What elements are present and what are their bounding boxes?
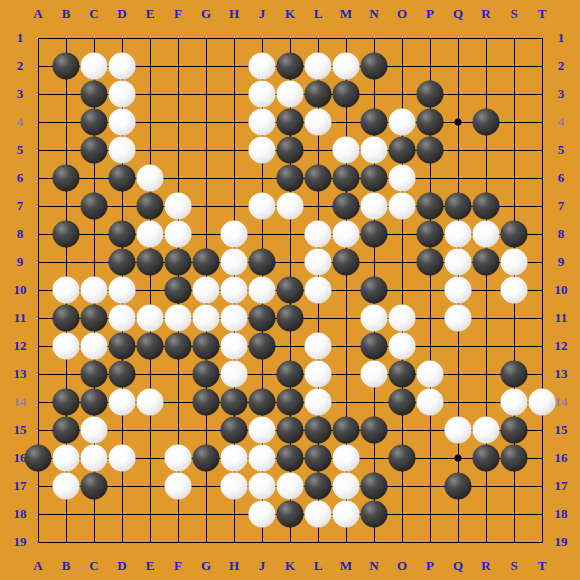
- row-label: 8: [17, 226, 24, 242]
- row-label: 7: [558, 198, 565, 214]
- stone-white: [109, 137, 136, 164]
- stone-white: [445, 277, 472, 304]
- row-label: 3: [558, 86, 565, 102]
- stone-black: [81, 109, 108, 136]
- stone-white: [445, 305, 472, 332]
- stone-white: [333, 501, 360, 528]
- stone-black: [193, 445, 220, 472]
- stone-white: [221, 445, 248, 472]
- stone-black: [109, 165, 136, 192]
- stone-white: [249, 109, 276, 136]
- row-label: 15: [555, 422, 568, 438]
- stone-black: [109, 249, 136, 276]
- stone-white: [81, 333, 108, 360]
- col-label: F: [174, 6, 182, 22]
- go-board[interactable]: AABBCCDDEEFFGGHHJJKKLLMMNNOOPPQQRRSSTT11…: [0, 0, 580, 580]
- stone-black: [277, 109, 304, 136]
- col-label: O: [397, 558, 407, 574]
- col-label: M: [340, 6, 352, 22]
- stone-white: [249, 193, 276, 220]
- stone-white: [109, 53, 136, 80]
- stone-black: [473, 193, 500, 220]
- stone-black: [53, 305, 80, 332]
- row-label: 17: [14, 478, 27, 494]
- row-label: 13: [555, 366, 568, 382]
- stone-black: [305, 417, 332, 444]
- row-label: 8: [558, 226, 565, 242]
- stone-black: [109, 361, 136, 388]
- stone-white: [81, 53, 108, 80]
- stone-white: [333, 137, 360, 164]
- stone-black: [193, 333, 220, 360]
- stone-black: [361, 221, 388, 248]
- row-label: 1: [558, 30, 565, 46]
- stone-white: [249, 137, 276, 164]
- stone-black: [333, 249, 360, 276]
- col-label: L: [314, 6, 323, 22]
- stone-white: [109, 305, 136, 332]
- stone-black: [389, 361, 416, 388]
- stone-black: [361, 277, 388, 304]
- stone-black: [417, 193, 444, 220]
- stone-black: [445, 193, 472, 220]
- stone-white: [53, 473, 80, 500]
- stone-white: [473, 221, 500, 248]
- stone-white: [221, 277, 248, 304]
- stone-white: [249, 501, 276, 528]
- row-label: 5: [558, 142, 565, 158]
- stone-black: [277, 165, 304, 192]
- stone-black: [25, 445, 52, 472]
- col-label: J: [259, 6, 266, 22]
- stone-black: [361, 417, 388, 444]
- grid-line-horizontal: [38, 542, 543, 543]
- stone-white: [333, 445, 360, 472]
- stone-black: [109, 221, 136, 248]
- col-label: N: [369, 6, 378, 22]
- row-label: 4: [17, 114, 24, 130]
- stone-white: [305, 277, 332, 304]
- stone-black: [165, 249, 192, 276]
- stone-white: [445, 221, 472, 248]
- stone-black: [53, 417, 80, 444]
- stone-black: [417, 81, 444, 108]
- col-label: P: [426, 558, 434, 574]
- stone-white: [389, 305, 416, 332]
- col-label: J: [259, 558, 266, 574]
- stone-black: [361, 53, 388, 80]
- grid-line-vertical: [542, 38, 543, 543]
- stone-black: [277, 277, 304, 304]
- col-label: C: [89, 6, 98, 22]
- stone-black: [109, 333, 136, 360]
- stone-white: [305, 333, 332, 360]
- stone-white: [389, 109, 416, 136]
- stone-black: [221, 417, 248, 444]
- stone-white: [389, 193, 416, 220]
- col-label: A: [33, 558, 42, 574]
- stone-black: [445, 473, 472, 500]
- stone-black: [137, 333, 164, 360]
- stone-black: [277, 501, 304, 528]
- stone-black: [193, 389, 220, 416]
- col-label: E: [146, 6, 155, 22]
- stone-black: [389, 137, 416, 164]
- row-label: 11: [14, 310, 26, 326]
- row-label: 4: [558, 114, 565, 130]
- row-label: 2: [17, 58, 24, 74]
- stone-white: [249, 81, 276, 108]
- stone-black: [389, 389, 416, 416]
- stone-white: [361, 361, 388, 388]
- stone-white: [445, 417, 472, 444]
- stone-white: [221, 221, 248, 248]
- stone-white: [193, 305, 220, 332]
- stone-white: [417, 361, 444, 388]
- row-label: 5: [17, 142, 24, 158]
- stone-black: [193, 249, 220, 276]
- row-label: 10: [555, 282, 568, 298]
- stone-white: [81, 417, 108, 444]
- stone-black: [53, 165, 80, 192]
- col-label: Q: [453, 558, 463, 574]
- stone-white: [501, 389, 528, 416]
- stone-black: [361, 333, 388, 360]
- stone-white: [81, 277, 108, 304]
- stone-black: [249, 389, 276, 416]
- col-label: B: [62, 558, 71, 574]
- stone-white: [109, 81, 136, 108]
- col-label: R: [481, 6, 490, 22]
- row-label: 3: [17, 86, 24, 102]
- stone-black: [305, 473, 332, 500]
- stone-white: [501, 249, 528, 276]
- row-label: 17: [555, 478, 568, 494]
- stone-black: [249, 305, 276, 332]
- stone-white: [165, 193, 192, 220]
- stone-white: [165, 221, 192, 248]
- stone-black: [417, 221, 444, 248]
- stone-white: [333, 53, 360, 80]
- row-label: 2: [558, 58, 565, 74]
- stone-black: [81, 473, 108, 500]
- stone-white: [277, 473, 304, 500]
- stone-white: [221, 333, 248, 360]
- row-label: 15: [14, 422, 27, 438]
- stone-black: [81, 305, 108, 332]
- stone-white: [221, 361, 248, 388]
- stone-white: [249, 53, 276, 80]
- row-label: 9: [17, 254, 24, 270]
- col-label: N: [369, 558, 378, 574]
- row-label: 1: [17, 30, 24, 46]
- stone-black: [277, 361, 304, 388]
- stone-black: [249, 333, 276, 360]
- stone-black: [81, 389, 108, 416]
- col-label: D: [117, 558, 126, 574]
- row-label: 12: [14, 338, 27, 354]
- stone-white: [305, 501, 332, 528]
- row-label: 19: [555, 534, 568, 550]
- stone-black: [501, 445, 528, 472]
- stone-black: [417, 109, 444, 136]
- col-label: H: [229, 6, 239, 22]
- stone-black: [53, 53, 80, 80]
- stone-white: [221, 249, 248, 276]
- stone-white: [445, 249, 472, 276]
- col-label: F: [174, 558, 182, 574]
- stone-black: [333, 193, 360, 220]
- stone-white: [109, 277, 136, 304]
- col-label: C: [89, 558, 98, 574]
- stone-black: [417, 249, 444, 276]
- stone-white: [389, 165, 416, 192]
- stone-black: [277, 137, 304, 164]
- stone-black: [165, 333, 192, 360]
- stone-white: [165, 305, 192, 332]
- stone-white: [137, 305, 164, 332]
- stone-white: [165, 445, 192, 472]
- stone-white: [305, 53, 332, 80]
- row-label: 7: [17, 198, 24, 214]
- col-label: O: [397, 6, 407, 22]
- stone-white: [165, 473, 192, 500]
- stone-black: [361, 109, 388, 136]
- stone-black: [81, 137, 108, 164]
- stone-black: [81, 361, 108, 388]
- col-label: M: [340, 558, 352, 574]
- stone-black: [305, 445, 332, 472]
- col-label: G: [201, 558, 211, 574]
- stone-white: [361, 193, 388, 220]
- col-label: S: [510, 6, 517, 22]
- stone-black: [277, 417, 304, 444]
- stone-white: [417, 389, 444, 416]
- col-label: E: [146, 558, 155, 574]
- stone-white: [277, 81, 304, 108]
- stone-black: [473, 249, 500, 276]
- stone-white: [305, 249, 332, 276]
- stone-white: [249, 445, 276, 472]
- stone-white: [249, 473, 276, 500]
- stone-black: [81, 193, 108, 220]
- stone-white: [109, 109, 136, 136]
- stone-white: [333, 473, 360, 500]
- stone-black: [361, 165, 388, 192]
- star-point: [455, 455, 462, 462]
- stone-black: [361, 501, 388, 528]
- stone-black: [501, 361, 528, 388]
- stone-white: [221, 473, 248, 500]
- stone-black: [53, 221, 80, 248]
- stone-black: [277, 445, 304, 472]
- stone-black: [473, 445, 500, 472]
- stone-black: [305, 81, 332, 108]
- stone-white: [305, 221, 332, 248]
- stone-white: [473, 417, 500, 444]
- col-label: K: [285, 558, 295, 574]
- stone-white: [193, 277, 220, 304]
- stone-white: [53, 277, 80, 304]
- stone-black: [361, 473, 388, 500]
- col-label: L: [314, 558, 323, 574]
- stone-white: [53, 333, 80, 360]
- stone-black: [417, 137, 444, 164]
- stone-white: [53, 445, 80, 472]
- stone-black: [501, 417, 528, 444]
- col-label: H: [229, 558, 239, 574]
- row-label: 16: [555, 450, 568, 466]
- row-label: 13: [14, 366, 27, 382]
- row-label: 9: [558, 254, 565, 270]
- stone-white: [109, 389, 136, 416]
- stone-black: [333, 165, 360, 192]
- stone-black: [193, 361, 220, 388]
- row-label: 6: [17, 170, 24, 186]
- stone-white: [529, 389, 556, 416]
- stone-white: [305, 389, 332, 416]
- stone-black: [81, 81, 108, 108]
- col-label: T: [538, 6, 547, 22]
- row-label: 11: [555, 310, 567, 326]
- stone-black: [249, 249, 276, 276]
- stone-black: [277, 53, 304, 80]
- stone-white: [137, 165, 164, 192]
- stone-black: [277, 305, 304, 332]
- col-label: R: [481, 558, 490, 574]
- row-label: 14: [555, 394, 568, 410]
- row-label: 12: [555, 338, 568, 354]
- stone-white: [305, 109, 332, 136]
- col-label: Q: [453, 6, 463, 22]
- stone-white: [109, 445, 136, 472]
- stone-white: [361, 137, 388, 164]
- row-label: 6: [558, 170, 565, 186]
- row-label: 14: [14, 394, 27, 410]
- stone-white: [389, 333, 416, 360]
- row-label: 10: [14, 282, 27, 298]
- stone-black: [333, 81, 360, 108]
- row-label: 18: [555, 506, 568, 522]
- stone-white: [137, 389, 164, 416]
- stone-black: [277, 389, 304, 416]
- stone-black: [333, 417, 360, 444]
- stone-white: [501, 277, 528, 304]
- stone-black: [473, 109, 500, 136]
- stone-white: [137, 221, 164, 248]
- stone-white: [305, 361, 332, 388]
- stone-black: [137, 193, 164, 220]
- row-label: 18: [14, 506, 27, 522]
- stone-white: [277, 193, 304, 220]
- stone-black: [53, 389, 80, 416]
- stone-black: [165, 277, 192, 304]
- star-point: [455, 119, 462, 126]
- stone-black: [137, 249, 164, 276]
- stone-black: [221, 389, 248, 416]
- col-label: B: [62, 6, 71, 22]
- stone-black: [501, 221, 528, 248]
- stone-white: [81, 445, 108, 472]
- col-label: A: [33, 6, 42, 22]
- stone-white: [221, 305, 248, 332]
- stone-white: [333, 221, 360, 248]
- stone-black: [305, 165, 332, 192]
- col-label: P: [426, 6, 434, 22]
- stone-black: [389, 445, 416, 472]
- col-label: S: [510, 558, 517, 574]
- stone-white: [361, 305, 388, 332]
- col-label: T: [538, 558, 547, 574]
- col-label: D: [117, 6, 126, 22]
- col-label: K: [285, 6, 295, 22]
- row-label: 19: [14, 534, 27, 550]
- stone-white: [249, 277, 276, 304]
- stone-white: [249, 417, 276, 444]
- col-label: G: [201, 6, 211, 22]
